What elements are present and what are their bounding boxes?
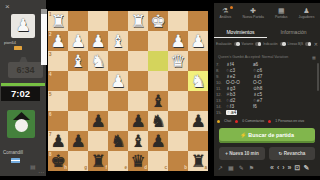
- file-label: f: [106, 165, 108, 170]
- black-piece[interactable]: ♞: [148, 111, 168, 131]
- square-g4[interactable]: [68, 71, 88, 91]
- square-d6[interactable]: ♟: [128, 111, 148, 131]
- chat-icon[interactable]: ▤: [30, 164, 36, 170]
- panel-nav: ⚗Análisis✚Nueva Partida▦Partidas♟Jugador…: [214, 7, 320, 19]
- file-label: a: [204, 165, 207, 170]
- tab-información[interactable]: Información: [267, 27, 320, 38]
- toggle-switch[interactable]: [234, 42, 240, 46]
- white-pawn-avatar-icon: ♟: [15, 16, 30, 35]
- live-label[interactable]: Chat: [224, 119, 231, 123]
- avatar-dog: [15, 119, 28, 132]
- square-d1[interactable]: ♜: [128, 11, 148, 31]
- flag-icon[interactable]: ⚑: [249, 165, 254, 172]
- black-move[interactable]: ♗c5: [253, 92, 280, 97]
- square-h5[interactable]: 5: [48, 91, 68, 111]
- square-e1[interactable]: [108, 11, 128, 31]
- square-b2[interactable]: ♟: [168, 31, 188, 51]
- jugadores-icon: ♟: [299, 7, 315, 15]
- rank-label: 7: [49, 132, 52, 137]
- black-move[interactable]: ♘e7: [253, 98, 280, 103]
- move-number: 12.: [216, 92, 226, 97]
- rank-label: 4: [49, 72, 52, 77]
- white-move[interactable]: ♕b3: [226, 92, 253, 97]
- annotate-icon[interactable]: ✎: [303, 164, 309, 172]
- white-piece[interactable]: ♞: [188, 71, 208, 91]
- live-label[interactable]: 0 Comentarios: [242, 119, 264, 123]
- file-label: g: [84, 165, 87, 170]
- move-number: 11.: [216, 86, 226, 91]
- square-d5[interactable]: [128, 91, 148, 111]
- move-number: 15.: [216, 110, 226, 115]
- white-move[interactable]: ♘f3: [226, 104, 253, 109]
- file-label: b: [184, 165, 187, 170]
- white-move[interactable]: ♘d2: [226, 98, 253, 103]
- tab-movimientos[interactable]: Movimientos: [214, 27, 267, 38]
- square-b1[interactable]: [168, 11, 188, 31]
- square-h2[interactable]: ♟2: [48, 31, 68, 51]
- nav-análisis[interactable]: ⚗Análisis: [220, 7, 232, 19]
- square-a3[interactable]: [188, 51, 208, 71]
- white-piece[interactable]: ♞: [88, 51, 108, 71]
- app-window: × ♟ pion64 6:34 7:02 Comandill ▤ ⋯ ♜1♜♚♟…: [0, 0, 320, 180]
- notification-dot: [230, 6, 233, 9]
- square-c1[interactable]: ♚: [148, 11, 168, 31]
- file-label: h: [64, 165, 67, 170]
- black-player-avatar[interactable]: [7, 110, 35, 138]
- expand-icon[interactable]: ⊡: [295, 164, 301, 172]
- square-e5[interactable]: [108, 91, 128, 111]
- black-player-name[interactable]: Comandill: [3, 150, 23, 155]
- white-move[interactable]: O-O-O: [226, 80, 253, 85]
- live-indicators: Chat0 Comentarios1 Personas en vivo: [217, 119, 317, 123]
- square-c6[interactable]: ♞: [148, 111, 168, 131]
- stream-sidebar: × ♟ pion64 6:34 7:02 Comandill ▤ ⋯: [0, 0, 46, 176]
- first-move-icon[interactable]: «: [270, 164, 274, 172]
- close-toggles-icon[interactable]: ✕: [314, 41, 318, 47]
- análisis-icon: ⚗: [220, 7, 232, 15]
- file-label: c: [164, 165, 167, 170]
- white-piece[interactable]: ♟: [88, 31, 108, 51]
- square-d8[interactable]: ♛d: [128, 151, 148, 171]
- toggle-label: Indicación: [263, 42, 277, 46]
- black-move[interactable]: ♔h8: [253, 86, 280, 91]
- square-e2[interactable]: ♝: [108, 31, 128, 51]
- toggle-switch[interactable]: [280, 42, 286, 46]
- live-dot: [235, 120, 238, 123]
- square-g1[interactable]: [68, 11, 88, 31]
- toggle-switch[interactable]: [255, 42, 261, 46]
- square-f1[interactable]: [88, 11, 108, 31]
- square-f5[interactable]: [88, 91, 108, 111]
- prev-move-icon[interactable]: ‹: [277, 164, 279, 172]
- square-f4[interactable]: [88, 71, 108, 91]
- square-f3[interactable]: ♞: [88, 51, 108, 71]
- black-move[interactable]: ♗d7: [253, 74, 280, 79]
- move-number: 13.: [216, 98, 226, 103]
- nav-jugadores[interactable]: ♟Jugadores: [299, 7, 315, 19]
- layout-icon[interactable]: ▦: [228, 165, 234, 172]
- square-e7[interactable]: ♞: [108, 131, 128, 151]
- more-icon[interactable]: ⋯: [38, 169, 44, 175]
- black-piece[interactable]: ♟: [188, 111, 208, 131]
- square-b8[interactable]: b: [168, 151, 188, 171]
- square-c2[interactable]: [148, 31, 168, 51]
- square-e3[interactable]: [108, 51, 128, 71]
- white-move[interactable]: ♗e2: [226, 74, 253, 79]
- square-h6[interactable]: 6: [48, 111, 68, 131]
- nueva partida-icon: ✚: [242, 7, 264, 15]
- square-f8[interactable]: ♜f: [88, 151, 108, 171]
- square-c3[interactable]: [148, 51, 168, 71]
- black-piece[interactable]: ♝: [148, 91, 168, 111]
- panel-tabs: MovimientosInformación: [214, 27, 320, 38]
- square-a1[interactable]: [188, 11, 208, 31]
- black-piece[interactable]: ♟: [68, 131, 88, 151]
- black-piece[interactable]: ♟: [148, 131, 168, 151]
- overlay-scrollbar[interactable]: [41, 9, 47, 65]
- nav-partidas[interactable]: ▦Partidas: [275, 7, 287, 19]
- square-b7[interactable]: [168, 131, 188, 151]
- search-game-button[interactable]: ⚡ Buscar de partida: [219, 128, 315, 143]
- white-player-avatar[interactable]: ♟: [11, 14, 35, 38]
- square-e4[interactable]: ♟: [108, 71, 128, 91]
- square-d4[interactable]: [128, 71, 148, 91]
- rank-label: 5: [49, 92, 52, 97]
- square-g6[interactable]: [68, 111, 88, 131]
- square-d2[interactable]: [128, 31, 148, 51]
- white-piece[interactable]: ♟: [168, 31, 188, 51]
- move-list: 7.♗f4a68.♘c3♘c69.♗e2♗d710.O-O-OO-O11.♗g3…: [216, 62, 316, 115]
- rank-label: 2: [49, 32, 52, 37]
- analysis-toggles: EvaluaciónVarianteIndicaciónLíneas B|S✕: [216, 41, 318, 47]
- rank-label: 1: [49, 12, 52, 17]
- move-number: 10.: [216, 80, 226, 85]
- white-move[interactable]: ♗g3: [226, 86, 253, 91]
- white-piece[interactable]: ♝: [108, 31, 128, 51]
- black-move[interactable]: f6: [253, 104, 280, 109]
- partidas-icon: ▦: [275, 7, 287, 15]
- move-navigation: «‹›»⊡✎: [270, 164, 309, 172]
- opening-book-icon[interactable]: ▦: [312, 55, 316, 60]
- rematch-button[interactable]: ↻ Revancha: [269, 147, 315, 160]
- square-c7[interactable]: ♟: [148, 131, 168, 151]
- square-h8[interactable]: ♚8h: [48, 151, 68, 171]
- square-b5[interactable]: [168, 91, 188, 111]
- black-move[interactable]: O-O: [253, 80, 280, 85]
- file-label: e: [124, 165, 127, 170]
- game-panel: ⚗Análisis✚Nueva Partida▦Partidas♟Jugador…: [214, 3, 320, 176]
- live-dot: [217, 120, 220, 123]
- black-piece[interactable]: ♟: [88, 111, 108, 131]
- rank-label: 8: [49, 152, 52, 157]
- move-list-scrollbar[interactable]: [317, 63, 319, 91]
- white-piece[interactable]: ♟: [68, 31, 88, 51]
- square-c4[interactable]: [148, 71, 168, 91]
- white-piece[interactable]: ♛: [168, 51, 188, 71]
- square-h7[interactable]: ♟7: [48, 131, 68, 151]
- white-move[interactable]: ♗f4: [226, 62, 253, 67]
- square-b4[interactable]: [168, 71, 188, 91]
- rank-label: 6: [49, 112, 52, 117]
- square-a8[interactable]: ♜a: [188, 151, 208, 171]
- square-h3[interactable]: 3: [48, 51, 68, 71]
- square-g8[interactable]: g: [68, 151, 88, 171]
- toggle-label: Evaluación: [216, 42, 232, 46]
- black-player-flag: [11, 158, 20, 163]
- close-icon[interactable]: ×: [5, 3, 10, 11]
- black-move[interactable]: ♘c6: [253, 68, 280, 73]
- square-h1[interactable]: ♜1: [48, 11, 68, 31]
- square-f6[interactable]: ♟: [88, 111, 108, 131]
- last-move-icon[interactable]: »: [288, 164, 292, 172]
- white-piece[interactable]: ♟: [188, 31, 208, 51]
- square-g2[interactable]: ♟: [68, 31, 88, 51]
- file-label: d: [144, 165, 147, 170]
- black-move[interactable]: a6: [253, 62, 280, 67]
- square-g5[interactable]: [68, 91, 88, 111]
- square-a7[interactable]: [188, 131, 208, 151]
- square-a5[interactable]: [188, 91, 208, 111]
- square-a2[interactable]: ♟: [188, 31, 208, 51]
- white-player-flag: [14, 46, 22, 50]
- white-player-clock: 6:34: [8, 62, 43, 78]
- move-row: 15.♘a4: [216, 109, 316, 115]
- new-game-button[interactable]: + Nueva 10 min: [219, 147, 265, 160]
- square-c5[interactable]: ♝: [148, 91, 168, 111]
- square-a4[interactable]: ♞: [188, 71, 208, 91]
- opening-name[interactable]: Queen's Gambit Accepted: Normal Variatio…: [218, 55, 310, 59]
- white-piece[interactable]: ♚: [148, 11, 168, 31]
- white-move[interactable]: ♘c3: [226, 68, 253, 73]
- square-g7[interactable]: ♟: [68, 131, 88, 151]
- black-piece[interactable]: ♞: [108, 131, 128, 151]
- nav-nueva-partida[interactable]: ✚Nueva Partida: [242, 7, 264, 19]
- black-piece[interactable]: ♝: [128, 131, 148, 151]
- white-piece[interactable]: ♟: [108, 71, 128, 91]
- next-move-icon[interactable]: ›: [282, 164, 284, 172]
- square-g3[interactable]: ♝: [68, 51, 88, 71]
- white-move[interactable]: ♘a4: [226, 110, 237, 115]
- live-label[interactable]: 1 Personas en vivo: [275, 119, 304, 123]
- square-f2[interactable]: ♟: [88, 31, 108, 51]
- move-number: 8.: [216, 68, 226, 73]
- share-icon[interactable]: ↗: [218, 165, 223, 172]
- chess-board: ♜1♜♚♟2♟♟♝♟♟3♝♞♛4♟♞5♝6♟♟♞♟♟7♟♞♝♟♚8hg♜fe♛d…: [48, 11, 208, 171]
- square-h4[interactable]: 4: [48, 71, 68, 91]
- square-e8[interactable]: e: [108, 151, 128, 171]
- edit-icon[interactable]: ✎: [239, 165, 244, 172]
- square-b6[interactable]: [168, 111, 188, 131]
- rank-label: 3: [49, 52, 52, 57]
- square-d7[interactable]: ♝: [128, 131, 148, 151]
- square-c8[interactable]: c: [148, 151, 168, 171]
- toggle-label: Líneas B|S: [288, 42, 304, 46]
- square-b3[interactable]: ♛: [168, 51, 188, 71]
- move-number: 14.: [216, 104, 226, 109]
- square-d3[interactable]: [128, 51, 148, 71]
- toggle-label: Variante: [242, 42, 254, 46]
- move-number: 7.: [216, 62, 226, 67]
- square-a6[interactable]: ♟: [188, 111, 208, 131]
- live-dot: [268, 120, 271, 123]
- black-player-clock: 7:02: [1, 87, 40, 101]
- white-player-name[interactable]: pion64: [4, 40, 16, 45]
- white-piece[interactable]: ♜: [128, 11, 148, 31]
- overlay-scrollbar-thumb[interactable]: [41, 9, 47, 14]
- square-e6[interactable]: [108, 111, 128, 131]
- time-progress-bar: [1, 83, 45, 86]
- toggle-switch[interactable]: [305, 42, 311, 46]
- white-piece[interactable]: ♝: [68, 51, 88, 71]
- move-number: 9.: [216, 74, 226, 79]
- black-piece[interactable]: ♟: [128, 111, 148, 131]
- square-f7[interactable]: [88, 131, 108, 151]
- tool-icons: ↗▦✎⚑: [218, 165, 254, 172]
